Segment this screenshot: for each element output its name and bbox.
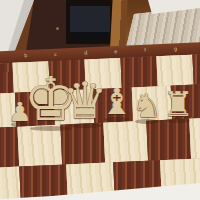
piece-white-knight[interactable]: ♞ <box>131 89 164 122</box>
chess-photo-stage: abcdefgh ♟♚♛♝♞♜ <box>0 0 200 200</box>
piece-shadow <box>104 117 129 122</box>
piece-shadow <box>166 118 190 123</box>
pieces-layer: ♟♚♛♝♞♜ <box>0 0 200 200</box>
piece-shadow <box>135 119 158 124</box>
piece-white-rook[interactable]: ♜ <box>161 87 195 121</box>
piece-shadow <box>68 123 103 128</box>
